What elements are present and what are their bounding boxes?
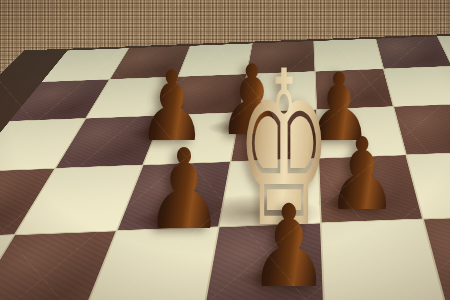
chess-photo-scene: ♟♟♟♟♚♟♟ xyxy=(0,0,450,300)
pieces-layer: ♟♟♟♟♚♟♟ xyxy=(0,0,450,300)
black-pawn-c5[interactable]: ♟ xyxy=(144,134,224,245)
black-pawn-e5[interactable]: ♟ xyxy=(326,125,398,225)
black-pawn-d4[interactable]: ♟ xyxy=(248,190,330,300)
